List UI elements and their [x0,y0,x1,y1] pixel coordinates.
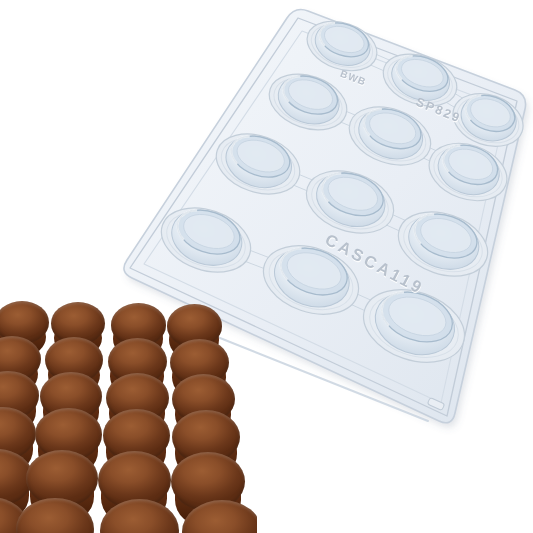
product-image: BWB BWB SP829 SP829 CASCA119 CASCA119 [0,0,533,533]
chocolate-top-face [16,498,94,533]
chocolate-piece [16,498,94,533]
inset-photo [0,295,257,533]
chocolate-top-face [182,500,257,533]
chocolate-top-face [100,499,179,533]
chocolate-piece [182,500,257,533]
chocolate-piece [100,499,179,533]
